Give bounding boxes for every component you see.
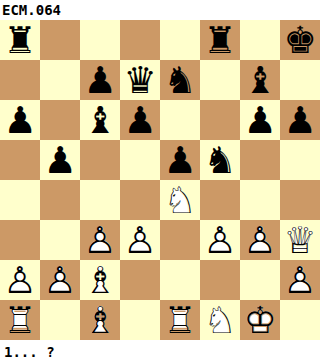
piece-black-pawn: ♟ <box>0 100 40 140</box>
square-a6[interactable]: ♟ <box>0 100 40 140</box>
square-d1[interactable] <box>120 300 160 340</box>
square-e2[interactable] <box>160 260 200 300</box>
square-e1[interactable]: ♜♖ <box>160 300 200 340</box>
square-d7[interactable]: ♛ <box>120 60 160 100</box>
square-g3[interactable]: ♟♙ <box>240 220 280 260</box>
square-c2[interactable]: ♝♗ <box>80 260 120 300</box>
piece-black-pawn: ♟ <box>240 100 280 140</box>
square-h4[interactable] <box>280 180 320 220</box>
square-a3[interactable] <box>0 220 40 260</box>
square-f3[interactable]: ♟♙ <box>200 220 240 260</box>
square-f7[interactable] <box>200 60 240 100</box>
square-h5[interactable] <box>280 140 320 180</box>
square-c5[interactable] <box>80 140 120 180</box>
square-h3[interactable]: ♛♕ <box>280 220 320 260</box>
piece-black-pawn: ♟ <box>120 100 160 140</box>
piece-black-king: ♚ <box>280 20 320 60</box>
square-c8[interactable] <box>80 20 120 60</box>
square-c3[interactable]: ♟♙ <box>80 220 120 260</box>
square-h8[interactable]: ♚ <box>280 20 320 60</box>
square-e7[interactable]: ♞ <box>160 60 200 100</box>
piece-black-queen: ♛ <box>120 60 160 100</box>
square-f6[interactable] <box>200 100 240 140</box>
square-g5[interactable] <box>240 140 280 180</box>
square-c7[interactable]: ♟ <box>80 60 120 100</box>
piece-white-pawn: ♙ <box>240 220 280 260</box>
piece-white-knight: ♘ <box>160 180 200 220</box>
square-g4[interactable] <box>240 180 280 220</box>
piece-white-bishop: ♗ <box>80 260 120 300</box>
square-g2[interactable] <box>240 260 280 300</box>
piece-black-bishop: ♝ <box>240 60 280 100</box>
chess-board: ♜♜♚♟♛♞♝♟♝♟♟♟♟♟♞♞♘♟♙♟♙♟♙♟♙♛♕♟♙♟♙♝♗♟♙♜♖♝♗♜… <box>0 20 320 340</box>
square-b2[interactable]: ♟♙ <box>40 260 80 300</box>
square-f5[interactable]: ♞ <box>200 140 240 180</box>
piece-white-pawn: ♙ <box>200 220 240 260</box>
piece-white-rook: ♖ <box>0 300 40 340</box>
piece-black-rook: ♜ <box>0 20 40 60</box>
piece-black-knight: ♞ <box>200 140 240 180</box>
square-h1[interactable] <box>280 300 320 340</box>
square-g1[interactable]: ♚♔ <box>240 300 280 340</box>
piece-white-rook: ♖ <box>160 300 200 340</box>
puzzle-title: ECM.064 <box>0 0 320 20</box>
square-b8[interactable] <box>40 20 80 60</box>
square-h7[interactable] <box>280 60 320 100</box>
piece-white-pawn: ♙ <box>0 260 40 300</box>
piece-black-pawn: ♟ <box>280 100 320 140</box>
move-prompt: 1... ? <box>0 340 320 360</box>
square-b4[interactable] <box>40 180 80 220</box>
square-e6[interactable] <box>160 100 200 140</box>
square-a5[interactable] <box>0 140 40 180</box>
square-b1[interactable] <box>40 300 80 340</box>
piece-black-pawn: ♟ <box>40 140 80 180</box>
piece-black-bishop: ♝ <box>80 100 120 140</box>
square-d8[interactable] <box>120 20 160 60</box>
square-b3[interactable] <box>40 220 80 260</box>
square-d5[interactable] <box>120 140 160 180</box>
square-a2[interactable]: ♟♙ <box>0 260 40 300</box>
square-a8[interactable]: ♜ <box>0 20 40 60</box>
square-d6[interactable]: ♟ <box>120 100 160 140</box>
square-a4[interactable] <box>0 180 40 220</box>
square-h2[interactable]: ♟♙ <box>280 260 320 300</box>
square-f1[interactable]: ♞♘ <box>200 300 240 340</box>
piece-white-bishop: ♗ <box>80 300 120 340</box>
square-c6[interactable]: ♝ <box>80 100 120 140</box>
square-d4[interactable] <box>120 180 160 220</box>
square-c4[interactable] <box>80 180 120 220</box>
square-d3[interactable]: ♟♙ <box>120 220 160 260</box>
square-f2[interactable] <box>200 260 240 300</box>
piece-black-knight: ♞ <box>160 60 200 100</box>
square-e4[interactable]: ♞♘ <box>160 180 200 220</box>
piece-white-pawn: ♙ <box>80 220 120 260</box>
piece-black-pawn: ♟ <box>160 140 200 180</box>
chess-diagram-page: { "game": "chess", "header": { "title": … <box>0 0 320 360</box>
square-a7[interactable] <box>0 60 40 100</box>
square-b5[interactable]: ♟ <box>40 140 80 180</box>
piece-black-rook: ♜ <box>200 20 240 60</box>
piece-white-pawn: ♙ <box>280 260 320 300</box>
piece-white-knight: ♘ <box>200 300 240 340</box>
piece-white-king: ♔ <box>240 300 280 340</box>
square-e5[interactable]: ♟ <box>160 140 200 180</box>
square-g6[interactable]: ♟ <box>240 100 280 140</box>
square-g7[interactable]: ♝ <box>240 60 280 100</box>
square-d2[interactable] <box>120 260 160 300</box>
square-c1[interactable]: ♝♗ <box>80 300 120 340</box>
piece-white-pawn: ♙ <box>120 220 160 260</box>
piece-white-queen: ♕ <box>280 220 320 260</box>
square-g8[interactable] <box>240 20 280 60</box>
square-a1[interactable]: ♜♖ <box>0 300 40 340</box>
square-e3[interactable] <box>160 220 200 260</box>
square-h6[interactable]: ♟ <box>280 100 320 140</box>
piece-white-pawn: ♙ <box>40 260 80 300</box>
piece-black-pawn: ♟ <box>80 60 120 100</box>
square-b6[interactable] <box>40 100 80 140</box>
square-b7[interactable] <box>40 60 80 100</box>
square-e8[interactable] <box>160 20 200 60</box>
square-f8[interactable]: ♜ <box>200 20 240 60</box>
square-f4[interactable] <box>200 180 240 220</box>
